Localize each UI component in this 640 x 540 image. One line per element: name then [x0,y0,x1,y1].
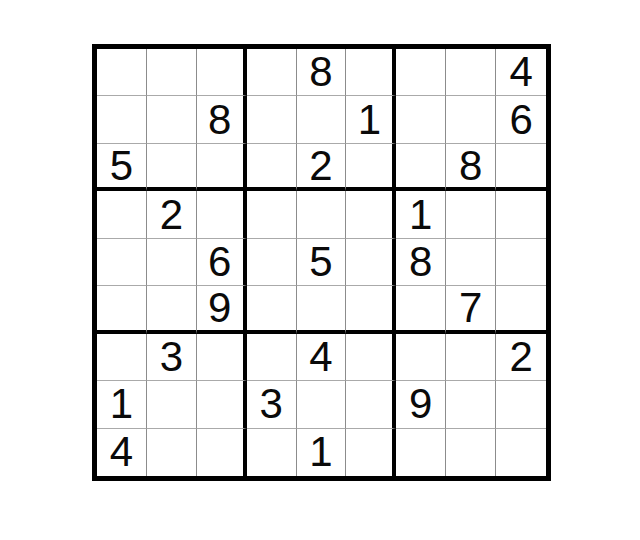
cell-r4c1[interactable] [97,191,147,238]
cell-r8c9[interactable] [496,381,546,428]
cell-r2c2[interactable] [147,96,197,143]
cell-r8c7: 9 [396,381,446,428]
cell-r3c8: 8 [446,144,496,191]
cell-r4c2: 2 [147,191,197,238]
cell-r2c7[interactable] [396,96,446,143]
cell-r6c2[interactable] [147,286,197,333]
cell-r9c5: 1 [297,429,347,476]
cell-r8c4: 3 [247,381,297,428]
cell-r3c9[interactable] [496,144,546,191]
cell-r2c6: 1 [346,96,396,143]
cell-r3c6[interactable] [346,144,396,191]
cell-r9c3[interactable] [197,429,247,476]
cell-r5c3: 6 [197,239,247,286]
cell-r1c3[interactable] [197,49,247,96]
cell-r4c9[interactable] [496,191,546,238]
cell-r7c1[interactable] [97,334,147,381]
cell-r8c3[interactable] [197,381,247,428]
cell-r3c5: 2 [297,144,347,191]
cell-r1c8[interactable] [446,49,496,96]
cell-r6c7[interactable] [396,286,446,333]
cell-r9c6[interactable] [346,429,396,476]
cell-r4c5[interactable] [297,191,347,238]
cell-r2c1[interactable] [97,96,147,143]
cell-r2c3: 8 [197,96,247,143]
cell-r6c4[interactable] [247,286,297,333]
cell-r8c2[interactable] [147,381,197,428]
cell-r3c2[interactable] [147,144,197,191]
cell-r6c6[interactable] [346,286,396,333]
cell-r4c3[interactable] [197,191,247,238]
cell-r4c8[interactable] [446,191,496,238]
cell-r8c8[interactable] [446,381,496,428]
cell-r6c3: 9 [197,286,247,333]
cell-r5c8[interactable] [446,239,496,286]
cell-r1c6[interactable] [346,49,396,96]
cell-r8c6[interactable] [346,381,396,428]
cell-r7c4[interactable] [247,334,297,381]
cell-r6c5[interactable] [297,286,347,333]
cell-r6c9[interactable] [496,286,546,333]
cell-r5c1[interactable] [97,239,147,286]
cell-r7c5: 4 [297,334,347,381]
cell-r2c4[interactable] [247,96,297,143]
cell-r4c4[interactable] [247,191,297,238]
cell-r1c2[interactable] [147,49,197,96]
cell-r5c7: 8 [396,239,446,286]
cell-r9c4[interactable] [247,429,297,476]
cell-r7c2: 3 [147,334,197,381]
cell-r7c7[interactable] [396,334,446,381]
cell-r1c4[interactable] [247,49,297,96]
cell-r7c8[interactable] [446,334,496,381]
sudoku-board: 84816528216589734213941 [92,44,551,481]
cell-r9c9[interactable] [496,429,546,476]
cell-r5c6[interactable] [346,239,396,286]
cell-r4c6[interactable] [346,191,396,238]
cell-r2c9: 6 [496,96,546,143]
cell-r9c1: 4 [97,429,147,476]
cell-r5c4[interactable] [247,239,297,286]
page: 84816528216589734213941 [0,0,640,540]
cell-r1c5: 8 [297,49,347,96]
cell-r2c8[interactable] [446,96,496,143]
cell-r3c1: 5 [97,144,147,191]
cell-r5c9[interactable] [496,239,546,286]
cell-r5c2[interactable] [147,239,197,286]
cell-r2c5[interactable] [297,96,347,143]
cell-r5c5: 5 [297,239,347,286]
cell-r6c8: 7 [446,286,496,333]
cell-r8c1: 1 [97,381,147,428]
cell-r6c1[interactable] [97,286,147,333]
cell-r9c8[interactable] [446,429,496,476]
cell-r9c2[interactable] [147,429,197,476]
cell-r1c1[interactable] [97,49,147,96]
cell-r7c6[interactable] [346,334,396,381]
cell-r8c5[interactable] [297,381,347,428]
cell-r9c7[interactable] [396,429,446,476]
cell-r3c4[interactable] [247,144,297,191]
cell-r7c3[interactable] [197,334,247,381]
cell-r3c3[interactable] [197,144,247,191]
cell-r3c7[interactable] [396,144,446,191]
cell-r1c9: 4 [496,49,546,96]
cell-r1c7[interactable] [396,49,446,96]
cell-r7c9: 2 [496,334,546,381]
cell-r4c7: 1 [396,191,446,238]
